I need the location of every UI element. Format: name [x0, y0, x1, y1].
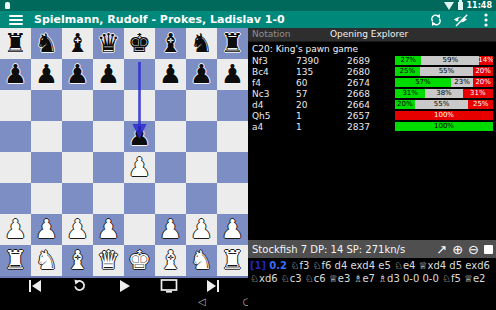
black-b-piece: ♝ [159, 28, 182, 58]
engine-status-bar: Stockfish 7 DP: 14 SP: 271kn/s ↗ ⊕ ⊖ [248, 240, 496, 258]
overflow-menu-icon[interactable] [478, 12, 493, 27]
plus-icon[interactable]: ⊕ [452, 243, 463, 256]
white-b-piece: ♝ [159, 245, 182, 275]
playback-toolbar [0, 278, 248, 294]
square-h3[interactable] [217, 183, 248, 214]
white-p-piece: ♟ [35, 214, 58, 244]
square-a3[interactable] [0, 183, 31, 214]
explorer-move: Nc3 [248, 89, 296, 99]
square-d5[interactable] [93, 121, 124, 152]
pv-eval: 0.2 [269, 260, 290, 271]
app-bar: Spielmann, Rudolf - Prokes, Ladislav 1-0 [0, 11, 496, 28]
white-q-piece: ♛ [97, 245, 120, 275]
draws-segment: 59% [421, 56, 479, 65]
square-d8[interactable]: ♛ [93, 28, 124, 59]
square-e4[interactable]: ♟ [124, 152, 155, 183]
explorer-avg-rating: 2689 [336, 56, 370, 66]
explorer-game-count: 57 [296, 89, 336, 99]
tab-opening-explorer[interactable]: Opening Explorer [330, 28, 408, 41]
opening-name: C20: King's pawn game [248, 42, 496, 55]
square-b6[interactable] [31, 90, 62, 121]
status-bar: 11:48 [0, 0, 496, 11]
black-wins-segment: 14% [479, 56, 493, 65]
square-g6[interactable] [186, 90, 217, 121]
square-h1[interactable]: ♜ [217, 245, 248, 276]
result-bar: 20%55%25% [394, 99, 494, 110]
square-c6[interactable] [62, 90, 93, 121]
square-g7[interactable]: ♟ [186, 59, 217, 90]
square-b1[interactable]: ♞ [31, 245, 62, 276]
square-f7[interactable]: ♟ [155, 59, 186, 90]
black-p-piece: ♟ [4, 59, 27, 89]
draws-segment: 55% [415, 100, 469, 109]
square-b2[interactable]: ♟ [31, 214, 62, 245]
square-d7[interactable]: ♟ [93, 59, 124, 90]
explorer-avg-rating: 2674 [336, 78, 370, 88]
black-b-piece: ♝ [66, 28, 89, 58]
square-h8[interactable]: ♜ [217, 28, 248, 59]
square-c1[interactable]: ♝ [62, 245, 93, 276]
black-wins-segment: 20% [473, 78, 493, 87]
white-wins-segment: 57% [395, 78, 451, 87]
explorer-game-count: 1 [296, 111, 336, 121]
result-bar: 100% [394, 121, 494, 132]
black-p-piece: ♟ [159, 59, 182, 89]
black-r-piece: ♜ [4, 28, 27, 58]
game-title: Spielmann, Rudolf - Prokes, Ladislav 1-0 [34, 13, 285, 26]
square-e2[interactable] [124, 214, 155, 245]
square-h5[interactable] [217, 121, 248, 152]
square-e5[interactable]: ♟ [124, 121, 155, 152]
square-a5[interactable] [0, 121, 31, 152]
square-b7[interactable]: ♟ [31, 59, 62, 90]
expand-arrow-icon[interactable]: ↗ [436, 243, 447, 256]
square-f5[interactable] [155, 121, 186, 152]
square-c4[interactable] [62, 152, 93, 183]
black-wins-segment: 31% [463, 89, 493, 98]
black-p-piece: ♟ [97, 59, 120, 89]
refresh-icon[interactable] [428, 12, 443, 27]
square-c2[interactable]: ♟ [62, 214, 93, 245]
explorer-move-list: Nf37390268927%59%14%Bc4135268025%55%20%f… [248, 55, 496, 132]
square-a4[interactable] [0, 152, 31, 183]
black-p-piece: ♟ [128, 121, 151, 151]
white-p-piece: ♟ [190, 214, 213, 244]
explorer-game-count: 1 [296, 122, 336, 132]
square-e7[interactable] [124, 59, 155, 90]
square-g8[interactable]: ♞ [186, 28, 217, 59]
explorer-move: a4 [248, 122, 296, 132]
black-p-piece: ♟ [66, 59, 89, 89]
square-g4[interactable] [186, 152, 217, 183]
black-p-piece: ♟ [35, 59, 58, 89]
explorer-move: Qh5 [248, 111, 296, 121]
chess-board[interactable]: ♜♞♝♛♚♝♞♜♟♟♟♟♟♟♟♟♟♟♟♟♟♟♟♟♜♞♝♛♚♝♞♜ [0, 28, 248, 276]
square-c3[interactable] [62, 183, 93, 214]
white-b-piece: ♝ [66, 245, 89, 275]
square-c5[interactable] [62, 121, 93, 152]
white-p-piece: ♟ [97, 214, 120, 244]
skip-to-start-icon[interactable] [25, 279, 45, 293]
play-icon[interactable] [114, 279, 134, 293]
engine-status-text: Stockfish 7 DP: 14 SP: 271kn/s [252, 244, 405, 255]
white-p-piece: ♟ [159, 214, 182, 244]
white-p-piece: ♟ [128, 152, 151, 182]
result-bar: 27%59%14% [394, 55, 494, 66]
app-screen: 11:48 Spielmann, Rudolf - Prokes, Ladisl… [0, 0, 496, 310]
skip-to-end-icon[interactable] [203, 279, 223, 293]
square-f6[interactable] [155, 90, 186, 121]
square-c8[interactable]: ♝ [62, 28, 93, 59]
black-p-piece: ♟ [221, 59, 244, 89]
square-c7[interactable]: ♟ [62, 59, 93, 90]
square-h2[interactable]: ♟ [217, 214, 248, 245]
explorer-game-count: 7390 [296, 56, 336, 66]
black-r-piece: ♜ [221, 28, 244, 58]
square-g1[interactable]: ♞ [186, 245, 217, 276]
draws-segment: 55% [420, 67, 474, 76]
black-n-piece: ♞ [190, 28, 213, 58]
square-f4[interactable] [155, 152, 186, 183]
square-a7[interactable]: ♟ [0, 59, 31, 90]
explorer-avg-rating: 2664 [336, 100, 370, 110]
square-d6[interactable] [93, 90, 124, 121]
tab-notation[interactable]: Notation [252, 28, 291, 41]
explorer-game-count: 60 [296, 78, 336, 88]
square-d3[interactable] [93, 183, 124, 214]
black-p-piece: ♟ [190, 59, 213, 89]
explorer-row-Nf3[interactable]: Nf37390268927%59%14% [248, 55, 496, 66]
square-h4[interactable] [217, 152, 248, 183]
square-a6[interactable] [0, 90, 31, 121]
square-b5[interactable] [31, 121, 62, 152]
square-b8[interactable]: ♞ [31, 28, 62, 59]
square-e1[interactable]: ♚ [124, 245, 155, 276]
panel-tab-bar: Notation Opening Explorer [248, 28, 496, 42]
white-n-piece: ♞ [190, 245, 213, 275]
square-g3[interactable] [186, 183, 217, 214]
black-q-piece: ♛ [97, 28, 120, 58]
white-k-piece: ♚ [128, 245, 151, 275]
explorer-game-count: 135 [296, 67, 336, 77]
square-d2[interactable]: ♟ [93, 214, 124, 245]
explorer-avg-rating: 2837 [336, 122, 370, 132]
explorer-move: Bc4 [248, 67, 296, 77]
draws-segment: 38% [425, 89, 462, 98]
square-a1[interactable]: ♜ [0, 245, 31, 276]
black-k-piece: ♚ [128, 28, 151, 58]
result-bar: 31%38%31% [394, 88, 494, 99]
explorer-row-d4[interactable]: d420266420%55%25% [248, 99, 496, 110]
square-a8[interactable]: ♜ [0, 28, 31, 59]
black-wins-segment: 20% [473, 67, 493, 76]
explorer-move: Nf3 [248, 56, 296, 66]
pv-index: [1] [250, 260, 266, 271]
nav-back-icon[interactable]: ◁ [198, 297, 206, 307]
notification-icon [5, 2, 10, 9]
explorer-game-count: 20 [296, 100, 336, 110]
result-bar: 57%23%20% [394, 77, 494, 88]
explorer-avg-rating: 2668 [336, 89, 370, 99]
square-b3[interactable] [31, 183, 62, 214]
replay-icon[interactable] [69, 279, 89, 293]
white-wins-segment: 31% [395, 89, 425, 98]
black-n-piece: ♞ [35, 28, 58, 58]
battery-icon [458, 2, 463, 10]
explorer-avg-rating: 2657 [336, 111, 370, 121]
white-wins-segment: 20% [395, 100, 415, 109]
minus-icon[interactable]: ⊖ [468, 243, 479, 256]
explorer-avg-rating: 2680 [336, 67, 370, 77]
eye-off-icon[interactable] [453, 12, 468, 27]
square-e6[interactable] [124, 90, 155, 121]
square-f3[interactable] [155, 183, 186, 214]
square-f8[interactable]: ♝ [155, 28, 186, 59]
white-p-piece: ♟ [221, 214, 244, 244]
result-bar: 25%55%20% [394, 66, 494, 77]
square-a2[interactable]: ♟ [0, 214, 31, 245]
square-g5[interactable] [186, 121, 217, 152]
explorer-row-Bc4[interactable]: Bc4135268025%55%20% [248, 66, 496, 77]
white-wins-segment: 27% [395, 56, 421, 65]
white-n-piece: ♞ [35, 245, 58, 275]
square-h7[interactable]: ♟ [217, 59, 248, 90]
white-p-piece: ♟ [4, 214, 27, 244]
square-g2[interactable]: ♟ [186, 214, 217, 245]
white-wins-segment: 100% [395, 122, 493, 131]
square-f2[interactable]: ♟ [155, 214, 186, 245]
result-bar: 100% [394, 110, 494, 121]
white-wins-segment: 25% [395, 67, 420, 76]
square-f1[interactable]: ♝ [155, 245, 186, 276]
black-wins-segment: 25% [468, 100, 493, 109]
explorer-move: f4 [248, 78, 296, 88]
stop-icon[interactable] [484, 245, 493, 254]
square-h6[interactable] [217, 90, 248, 121]
wifi-icon [444, 2, 454, 10]
square-b4[interactable] [31, 152, 62, 183]
explorer-row-a4[interactable]: a412837100% [248, 121, 496, 132]
square-e3[interactable] [124, 183, 155, 214]
menu-icon[interactable] [9, 15, 23, 25]
square-d4[interactable] [93, 152, 124, 183]
square-d1[interactable]: ♛ [93, 245, 124, 276]
engine-pv[interactable]: [1] 0.2 ♘f3 ♘f6 d4 exd4 e5 ♘e4 ♕xd4 d5 e… [248, 258, 496, 287]
white-r-piece: ♜ [4, 245, 27, 275]
explorer-row-Nc3[interactable]: Nc357266831%38%31% [248, 88, 496, 99]
explorer-row-Qh5[interactable]: Qh512657100% [248, 110, 496, 121]
draws-segment: 23% [451, 78, 474, 87]
engine-monitor-icon[interactable] [159, 279, 179, 293]
black-wins-segment: 100% [395, 111, 493, 120]
white-p-piece: ♟ [66, 214, 89, 244]
white-r-piece: ♜ [221, 245, 244, 275]
explorer-move: d4 [248, 100, 296, 110]
clock: 11:48 [467, 1, 492, 10]
explorer-row-f4[interactable]: f460267457%23%20% [248, 77, 496, 88]
square-e8[interactable]: ♚ [124, 28, 155, 59]
